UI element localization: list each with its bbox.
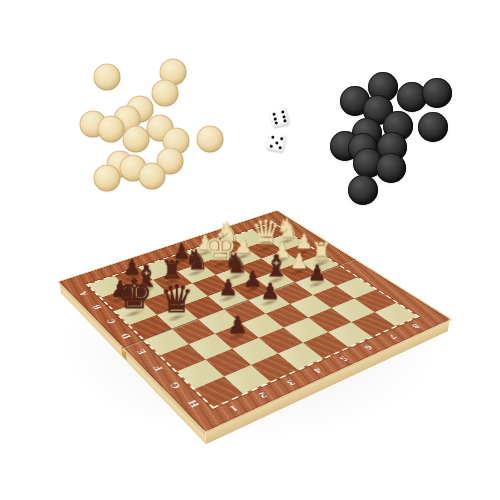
black-checker-piece [422, 78, 452, 108]
die-2 [267, 133, 287, 153]
die-pip [272, 112, 276, 116]
die-pip [279, 146, 282, 149]
die-pip [274, 121, 278, 125]
light-checker-piece [139, 163, 166, 190]
die-pip [282, 115, 286, 119]
dark-pawn-glyph: ♟ [240, 281, 300, 303]
die-pip [269, 145, 272, 148]
black-checker-piece [376, 153, 406, 183]
dark-pawn-glyph: ♟ [205, 314, 269, 337]
light-checker-piece [152, 80, 179, 107]
light-checker-piece [98, 116, 125, 143]
light-checker-piece [123, 126, 150, 153]
dark-queen-glyph: ♛ [146, 280, 208, 318]
black-checker-piece [418, 112, 448, 142]
die-pip [281, 110, 285, 114]
die-pip [283, 119, 287, 123]
die-pip [280, 137, 283, 140]
die-pip [271, 135, 274, 138]
light-checker-piece [94, 165, 121, 192]
black-checker-piece [348, 175, 378, 205]
die-1 [269, 107, 290, 128]
light-checker-piece [94, 64, 121, 91]
product-photo: ABCDEFGH 12345678 ♟♚♟♝♛♜♟♞♞♟♟♟♟♝♟♟♚♞♟♛♟♟… [0, 0, 500, 500]
die-pip [273, 117, 277, 121]
light-checker-piece [197, 126, 224, 153]
die-pip [275, 141, 278, 144]
